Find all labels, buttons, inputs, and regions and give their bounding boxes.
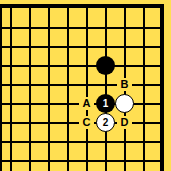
black-stone-Q16[interactable] xyxy=(96,56,115,75)
go-board[interactable]: 12ABCD xyxy=(0,0,171,171)
white-stone-2[interactable]: 2 xyxy=(96,113,115,132)
point-label-D[interactable]: D xyxy=(117,116,132,129)
point-label-C[interactable]: C xyxy=(79,116,94,129)
white-stone-R14[interactable] xyxy=(115,94,134,113)
black-stone-1[interactable]: 1 xyxy=(96,94,115,113)
stones-layer: 12ABCD xyxy=(1,0,171,170)
point-label-B[interactable]: B xyxy=(117,78,132,91)
point-label-A[interactable]: A xyxy=(79,97,94,110)
